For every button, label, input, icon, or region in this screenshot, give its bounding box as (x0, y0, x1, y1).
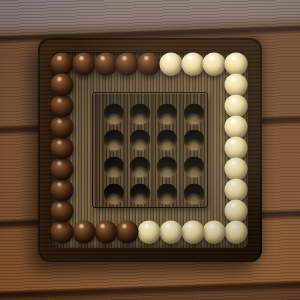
marble-dark[interactable] (94, 221, 117, 244)
marble-dark[interactable] (51, 116, 74, 139)
marble-dark[interactable] (94, 53, 117, 76)
marble-light[interactable] (203, 221, 226, 244)
marble-dark[interactable] (72, 53, 95, 76)
marble-light[interactable] (225, 221, 248, 244)
marble-light[interactable] (181, 221, 204, 244)
marble-light[interactable] (203, 53, 226, 76)
marble-light[interactable] (159, 221, 182, 244)
marble-dark[interactable] (138, 53, 161, 76)
marble-dark[interactable] (51, 137, 74, 160)
marble-light[interactable] (225, 95, 248, 118)
marble-light[interactable] (225, 200, 248, 223)
marble-dark[interactable] (51, 74, 74, 97)
marble-light[interactable] (225, 53, 248, 76)
marble-light[interactable] (181, 53, 204, 76)
marble-dark[interactable] (51, 221, 74, 244)
marble-dark[interactable] (72, 221, 95, 244)
marble-dark[interactable] (51, 95, 74, 118)
marble-dark[interactable] (116, 53, 139, 76)
marble-light[interactable] (138, 221, 161, 244)
marble-light[interactable] (225, 74, 248, 97)
marble-light[interactable] (225, 179, 248, 202)
marbles-layer (38, 38, 262, 262)
game-board (38, 38, 262, 262)
marble-light[interactable] (225, 158, 248, 181)
marble-dark[interactable] (51, 179, 74, 202)
photo-scene (0, 0, 300, 300)
marble-light[interactable] (159, 53, 182, 76)
marble-dark[interactable] (116, 221, 139, 244)
marble-dark[interactable] (51, 158, 74, 181)
marble-dark[interactable] (51, 53, 74, 76)
marble-light[interactable] (225, 137, 248, 160)
marble-dark[interactable] (51, 200, 74, 223)
marble-light[interactable] (225, 116, 248, 139)
